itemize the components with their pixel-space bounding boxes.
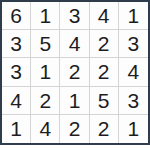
grid-cell[interactable]: 4 xyxy=(119,58,148,86)
puzzle-grid: 6134135423312244215314221 xyxy=(2,2,148,143)
grid-cell[interactable]: 3 xyxy=(119,87,148,115)
grid-cell[interactable]: 5 xyxy=(90,87,119,115)
grid-cell[interactable]: 1 xyxy=(2,115,31,143)
grid-cell[interactable]: 2 xyxy=(31,87,60,115)
grid-cell[interactable]: 4 xyxy=(60,30,89,58)
grid-cell[interactable]: 3 xyxy=(2,58,31,86)
grid-cell[interactable]: 1 xyxy=(31,58,60,86)
grid-cell[interactable]: 5 xyxy=(31,30,60,58)
grid-cell[interactable]: 2 xyxy=(90,30,119,58)
grid-cell[interactable]: 1 xyxy=(31,2,60,30)
grid-cell[interactable]: 2 xyxy=(90,58,119,86)
page: 6134135423312244215314221 xyxy=(0,0,150,150)
grid-cell[interactable]: 2 xyxy=(60,58,89,86)
grid-cell[interactable]: 1 xyxy=(60,87,89,115)
grid-cell[interactable]: 4 xyxy=(2,87,31,115)
grid-cell[interactable]: 4 xyxy=(31,115,60,143)
grid-cell[interactable]: 2 xyxy=(90,115,119,143)
grid-cell[interactable]: 3 xyxy=(2,30,31,58)
puzzle-board: 6134135423312244215314221 xyxy=(0,0,150,145)
grid-cell[interactable]: 6 xyxy=(2,2,31,30)
grid-cell[interactable]: 1 xyxy=(119,115,148,143)
grid-cell[interactable]: 2 xyxy=(60,115,89,143)
grid-cell[interactable]: 4 xyxy=(90,2,119,30)
grid-cell[interactable]: 3 xyxy=(119,30,148,58)
grid-cell[interactable]: 1 xyxy=(119,2,148,30)
grid-cell[interactable]: 3 xyxy=(60,2,89,30)
